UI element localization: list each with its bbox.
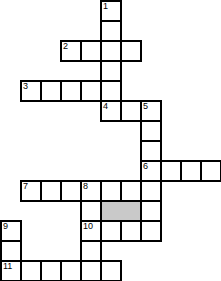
grid-cell[interactable] bbox=[200, 160, 221, 182]
grid-cell[interactable] bbox=[60, 260, 82, 281]
grid-cell[interactable] bbox=[140, 200, 162, 222]
grid-cell[interactable] bbox=[100, 180, 122, 202]
grid-cell[interactable] bbox=[80, 220, 102, 242]
grid-cell[interactable] bbox=[40, 180, 62, 202]
grid-cell[interactable] bbox=[140, 180, 162, 202]
grid-cell[interactable] bbox=[100, 0, 122, 22]
grid-cell[interactable] bbox=[40, 260, 62, 281]
grid-cell[interactable] bbox=[100, 40, 122, 62]
grid-cell[interactable] bbox=[40, 80, 62, 102]
grid-cell[interactable] bbox=[0, 240, 22, 262]
grid-cell[interactable] bbox=[80, 40, 102, 62]
grid-cell[interactable] bbox=[140, 160, 162, 182]
grid-cell[interactable] bbox=[80, 180, 102, 202]
grid-cell[interactable] bbox=[140, 120, 162, 142]
grid-cell[interactable] bbox=[120, 40, 142, 62]
grid-cell[interactable] bbox=[140, 100, 162, 122]
grid-cell[interactable] bbox=[20, 180, 42, 202]
grid-cell[interactable] bbox=[80, 240, 102, 262]
crossword-board: 1234567891011 bbox=[0, 0, 221, 281]
grid-cell[interactable] bbox=[100, 260, 122, 281]
grid-cell[interactable] bbox=[120, 220, 142, 242]
grid-cell[interactable] bbox=[20, 80, 42, 102]
grid-cell[interactable] bbox=[100, 220, 122, 242]
grid-cell[interactable] bbox=[60, 80, 82, 102]
grid-cell[interactable] bbox=[60, 180, 82, 202]
grid-cell[interactable] bbox=[60, 40, 82, 62]
grid-cell[interactable] bbox=[140, 220, 162, 242]
shaded-block bbox=[100, 200, 142, 222]
grid-cell[interactable] bbox=[80, 80, 102, 102]
grid-cell[interactable] bbox=[100, 60, 122, 82]
grid-cell[interactable] bbox=[100, 100, 122, 122]
grid-cell[interactable] bbox=[120, 100, 142, 122]
grid-cell[interactable] bbox=[0, 220, 22, 242]
grid-cell[interactable] bbox=[120, 180, 142, 202]
grid-cell[interactable] bbox=[140, 140, 162, 162]
grid-cell[interactable] bbox=[100, 20, 122, 42]
grid-cell[interactable] bbox=[160, 160, 182, 182]
grid-cell[interactable] bbox=[180, 160, 202, 182]
grid-cell[interactable] bbox=[20, 260, 42, 281]
grid-cell[interactable] bbox=[100, 80, 122, 102]
grid-cell[interactable] bbox=[80, 260, 102, 281]
grid-cell[interactable] bbox=[80, 200, 102, 222]
grid-cell[interactable] bbox=[0, 260, 22, 281]
